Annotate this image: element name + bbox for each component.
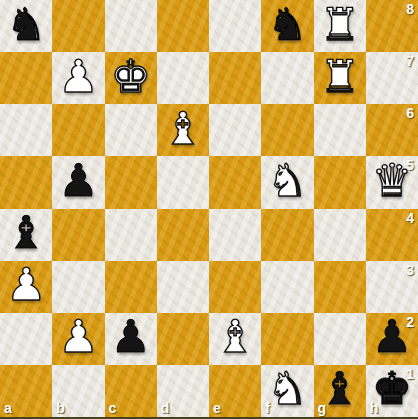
square-g8[interactable]: ♜ <box>314 0 366 52</box>
square-b4[interactable] <box>52 209 104 261</box>
chess-board: ♞♞♜8♟♚♜7♝6♟♞♛5♝4♟3♟♟♝♟2abcde♞f♝g♚h1 <box>0 0 418 419</box>
black-pawn[interactable]: ♟ <box>58 158 98 203</box>
square-c1[interactable]: c <box>105 365 157 417</box>
square-d6[interactable]: ♝ <box>157 104 209 156</box>
square-d8[interactable] <box>157 0 209 52</box>
white-pawn[interactable]: ♟ <box>6 262 46 307</box>
square-g4[interactable] <box>314 209 366 261</box>
square-e8[interactable] <box>209 0 261 52</box>
square-g6[interactable] <box>314 104 366 156</box>
black-pawn[interactable]: ♟ <box>110 314 150 359</box>
square-f8[interactable]: ♞ <box>261 0 313 52</box>
square-f4[interactable] <box>261 209 313 261</box>
square-d2[interactable] <box>157 313 209 365</box>
black-bishop[interactable]: ♝ <box>6 210 46 255</box>
square-h4[interactable]: 4 <box>366 209 418 261</box>
square-h1[interactable]: ♚h1 <box>366 365 418 417</box>
black-knight[interactable]: ♞ <box>267 2 307 47</box>
square-a8[interactable]: ♞ <box>0 0 52 52</box>
square-d5[interactable] <box>157 156 209 208</box>
black-bishop[interactable]: ♝ <box>319 366 359 411</box>
white-bishop[interactable]: ♝ <box>163 106 203 151</box>
square-e6[interactable] <box>209 104 261 156</box>
square-e3[interactable] <box>209 261 261 313</box>
square-h6[interactable]: 6 <box>366 104 418 156</box>
square-c6[interactable] <box>105 104 157 156</box>
white-pawn[interactable]: ♟ <box>58 54 98 99</box>
file-label-d: d <box>161 400 170 416</box>
square-a1[interactable]: a <box>0 365 52 417</box>
square-b3[interactable] <box>52 261 104 313</box>
square-f5[interactable]: ♞ <box>261 156 313 208</box>
rank-label-6: 6 <box>406 105 414 121</box>
rank-label-8: 8 <box>406 1 414 17</box>
rank-label-3: 3 <box>406 262 414 278</box>
square-f3[interactable] <box>261 261 313 313</box>
white-bishop[interactable]: ♝ <box>215 314 255 359</box>
square-d1[interactable]: d <box>157 365 209 417</box>
square-g3[interactable] <box>314 261 366 313</box>
square-d3[interactable] <box>157 261 209 313</box>
file-label-a: a <box>4 400 12 416</box>
square-h5[interactable]: ♛5 <box>366 156 418 208</box>
square-d7[interactable] <box>157 52 209 104</box>
square-b1[interactable]: b <box>52 365 104 417</box>
square-a7[interactable] <box>0 52 52 104</box>
square-a6[interactable] <box>0 104 52 156</box>
square-b6[interactable] <box>52 104 104 156</box>
white-pawn[interactable]: ♟ <box>58 314 98 359</box>
white-rook[interactable]: ♜ <box>319 54 359 99</box>
square-g7[interactable]: ♜ <box>314 52 366 104</box>
square-e1[interactable]: e <box>209 365 261 417</box>
white-knight[interactable]: ♞ <box>267 366 307 411</box>
square-c2[interactable]: ♟ <box>105 313 157 365</box>
square-h3[interactable]: 3 <box>366 261 418 313</box>
square-f2[interactable] <box>261 313 313 365</box>
square-d4[interactable] <box>157 209 209 261</box>
square-h7[interactable]: 7 <box>366 52 418 104</box>
square-a2[interactable] <box>0 313 52 365</box>
square-c4[interactable] <box>105 209 157 261</box>
file-label-b: b <box>56 400 65 416</box>
rank-label-4: 4 <box>406 210 414 226</box>
square-e5[interactable] <box>209 156 261 208</box>
square-e2[interactable]: ♝ <box>209 313 261 365</box>
square-a3[interactable]: ♟ <box>0 261 52 313</box>
black-knight[interactable]: ♞ <box>6 2 46 47</box>
white-knight[interactable]: ♞ <box>267 158 307 203</box>
white-king[interactable]: ♚ <box>110 54 150 99</box>
square-e4[interactable] <box>209 209 261 261</box>
square-a4[interactable]: ♝ <box>0 209 52 261</box>
black-king[interactable]: ♚ <box>372 366 412 411</box>
black-pawn[interactable]: ♟ <box>372 314 412 359</box>
square-c8[interactable] <box>105 0 157 52</box>
square-a5[interactable] <box>0 156 52 208</box>
square-h2[interactable]: ♟2 <box>366 313 418 365</box>
square-b2[interactable]: ♟ <box>52 313 104 365</box>
square-g1[interactable]: ♝g <box>314 365 366 417</box>
square-b8[interactable] <box>52 0 104 52</box>
square-h8[interactable]: 8 <box>366 0 418 52</box>
square-c3[interactable] <box>105 261 157 313</box>
square-e7[interactable] <box>209 52 261 104</box>
square-g5[interactable] <box>314 156 366 208</box>
white-rook[interactable]: ♜ <box>319 2 359 47</box>
square-f7[interactable] <box>261 52 313 104</box>
rank-label-7: 7 <box>406 53 414 69</box>
square-b7[interactable]: ♟ <box>52 52 104 104</box>
square-c5[interactable] <box>105 156 157 208</box>
white-queen[interactable]: ♛ <box>372 158 412 203</box>
file-label-e: e <box>213 400 221 416</box>
file-label-c: c <box>109 400 117 416</box>
square-g2[interactable] <box>314 313 366 365</box>
square-f1[interactable]: ♞f <box>261 365 313 417</box>
square-f6[interactable] <box>261 104 313 156</box>
square-b5[interactable]: ♟ <box>52 156 104 208</box>
square-c7[interactable]: ♚ <box>105 52 157 104</box>
